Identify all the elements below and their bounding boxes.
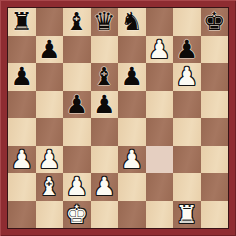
white-pawn: ♟ (38, 146, 60, 173)
black-pawn: ♟ (66, 91, 88, 118)
square-d7[interactable] (91, 36, 119, 64)
black-pawn: ♟ (93, 91, 115, 118)
square-g8[interactable] (173, 8, 201, 36)
square-e8[interactable]: ♞ (118, 8, 146, 36)
white-pawn: ♟ (66, 173, 88, 200)
white-pawn: ♟ (93, 173, 115, 200)
board-frame: ♜♝♛♞♚♟♟♟♟♝♟♟♟♟♟♟♟♝♟♟♚♜ (0, 0, 236, 236)
square-f7[interactable]: ♟ (146, 36, 174, 64)
square-b7[interactable]: ♟ (36, 36, 64, 64)
square-h4[interactable] (201, 118, 229, 146)
square-c3[interactable] (63, 146, 91, 174)
black-pawn: ♟ (121, 63, 143, 90)
square-e2[interactable] (118, 173, 146, 201)
white-pawn: ♟ (148, 36, 170, 63)
black-pawn: ♟ (11, 63, 33, 90)
white-rook: ♜ (176, 201, 198, 228)
square-f8[interactable] (146, 8, 174, 36)
square-g5[interactable] (173, 91, 201, 119)
square-g2[interactable] (173, 173, 201, 201)
white-pawn: ♟ (121, 146, 143, 173)
square-f5[interactable] (146, 91, 174, 119)
square-a2[interactable] (8, 173, 36, 201)
square-d1[interactable] (91, 201, 119, 229)
square-b5[interactable] (36, 91, 64, 119)
square-d5[interactable]: ♟ (91, 91, 119, 119)
square-b1[interactable] (36, 201, 64, 229)
square-f3[interactable] (146, 146, 174, 174)
square-h3[interactable] (201, 146, 229, 174)
square-f4[interactable] (146, 118, 174, 146)
square-c1[interactable]: ♚ (63, 201, 91, 229)
square-a3[interactable]: ♟ (8, 146, 36, 174)
black-pawn: ♟ (176, 36, 198, 63)
square-h2[interactable] (201, 173, 229, 201)
square-b3[interactable]: ♟ (36, 146, 64, 174)
square-g6[interactable]: ♟ (173, 63, 201, 91)
square-d3[interactable] (91, 146, 119, 174)
square-b6[interactable] (36, 63, 64, 91)
black-bishop: ♝ (93, 63, 115, 90)
square-e4[interactable] (118, 118, 146, 146)
black-queen: ♛ (93, 8, 115, 35)
square-d4[interactable] (91, 118, 119, 146)
square-f1[interactable] (146, 201, 174, 229)
square-d8[interactable]: ♛ (91, 8, 119, 36)
square-c5[interactable]: ♟ (63, 91, 91, 119)
white-bishop: ♝ (38, 173, 60, 200)
square-e3[interactable]: ♟ (118, 146, 146, 174)
square-e7[interactable] (118, 36, 146, 64)
square-e6[interactable]: ♟ (118, 63, 146, 91)
square-c6[interactable] (63, 63, 91, 91)
square-g3[interactable] (173, 146, 201, 174)
square-a7[interactable] (8, 36, 36, 64)
square-b2[interactable]: ♝ (36, 173, 64, 201)
square-f6[interactable] (146, 63, 174, 91)
square-g1[interactable]: ♜ (173, 201, 201, 229)
square-g7[interactable]: ♟ (173, 36, 201, 64)
square-e1[interactable] (118, 201, 146, 229)
square-d6[interactable]: ♝ (91, 63, 119, 91)
square-h1[interactable] (201, 201, 229, 229)
black-king: ♚ (203, 8, 225, 35)
square-b8[interactable] (36, 8, 64, 36)
black-knight: ♞ (121, 8, 143, 35)
square-c4[interactable] (63, 118, 91, 146)
square-b4[interactable] (36, 118, 64, 146)
white-pawn: ♟ (176, 63, 198, 90)
square-e5[interactable] (118, 91, 146, 119)
square-c8[interactable]: ♝ (63, 8, 91, 36)
square-a8[interactable]: ♜ (8, 8, 36, 36)
white-king: ♚ (66, 201, 88, 228)
square-a6[interactable]: ♟ (8, 63, 36, 91)
square-f2[interactable] (146, 173, 174, 201)
square-d2[interactable]: ♟ (91, 173, 119, 201)
white-pawn: ♟ (11, 146, 33, 173)
chess-board: ♜♝♛♞♚♟♟♟♟♝♟♟♟♟♟♟♟♝♟♟♚♜ (8, 8, 228, 228)
square-c7[interactable] (63, 36, 91, 64)
square-g4[interactable] (173, 118, 201, 146)
square-a4[interactable] (8, 118, 36, 146)
square-h8[interactable]: ♚ (201, 8, 229, 36)
square-a5[interactable] (8, 91, 36, 119)
black-bishop: ♝ (66, 8, 88, 35)
square-h7[interactable] (201, 36, 229, 64)
square-a1[interactable] (8, 201, 36, 229)
square-h5[interactable] (201, 91, 229, 119)
black-rook: ♜ (11, 8, 33, 35)
square-h6[interactable] (201, 63, 229, 91)
square-c2[interactable]: ♟ (63, 173, 91, 201)
black-pawn: ♟ (38, 36, 60, 63)
